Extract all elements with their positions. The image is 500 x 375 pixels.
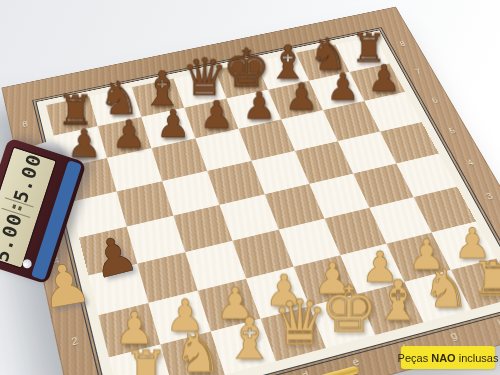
pieces-not-included-badge: Peças NAO inclusas xyxy=(401,346,495,369)
piece-light-bishop: ♝ xyxy=(223,310,275,368)
piece-light-king: ♚ xyxy=(320,277,378,341)
clock-time-right: 5.00 xyxy=(9,151,45,205)
clock-time-left: 5.00 xyxy=(0,210,26,264)
badge-text-bold: NAO xyxy=(431,352,455,364)
square-h4 xyxy=(396,154,457,198)
badge-text-prefix: Peças xyxy=(398,352,432,364)
badge-text-suffix: inclusas xyxy=(456,352,499,364)
rank-label-8: 8 xyxy=(12,107,38,142)
rank-label-2: 2 xyxy=(59,318,91,366)
piece-light-rook: ♜ xyxy=(471,256,500,304)
photo-background: ♜♞♝♛♚♝♞♜♟♟♟♟♟♟♟♟♟♟♟♟♟♟♟♟♜♞♝♛♚♝♞♜ abcdefg… xyxy=(0,0,500,375)
piece-dark-pawn: ♟ xyxy=(155,105,189,143)
off-board-light-pawn: ♟ xyxy=(36,254,95,318)
piece-dark-pawn: ♟ xyxy=(242,87,276,125)
piece-light-knight: ♞ xyxy=(421,263,469,316)
piece-dark-pawn: ♟ xyxy=(199,96,233,134)
piece-light-rook: ♜ xyxy=(123,344,168,375)
piece-dark-pawn: ♟ xyxy=(284,78,318,115)
piece-dark-pawn: ♟ xyxy=(326,69,359,106)
piece-light-knight: ♞ xyxy=(173,326,223,375)
piece-dark-pawn: ♟ xyxy=(111,115,146,154)
square-d7: ♟ xyxy=(184,99,238,139)
piece-light-queen: ♛ xyxy=(271,292,327,355)
square-b7: ♟ xyxy=(98,117,152,158)
clock-logo-icon xyxy=(21,258,32,269)
piece-dark-pawn: ♟ xyxy=(367,60,400,97)
piece-light-bishop: ♝ xyxy=(372,273,422,329)
